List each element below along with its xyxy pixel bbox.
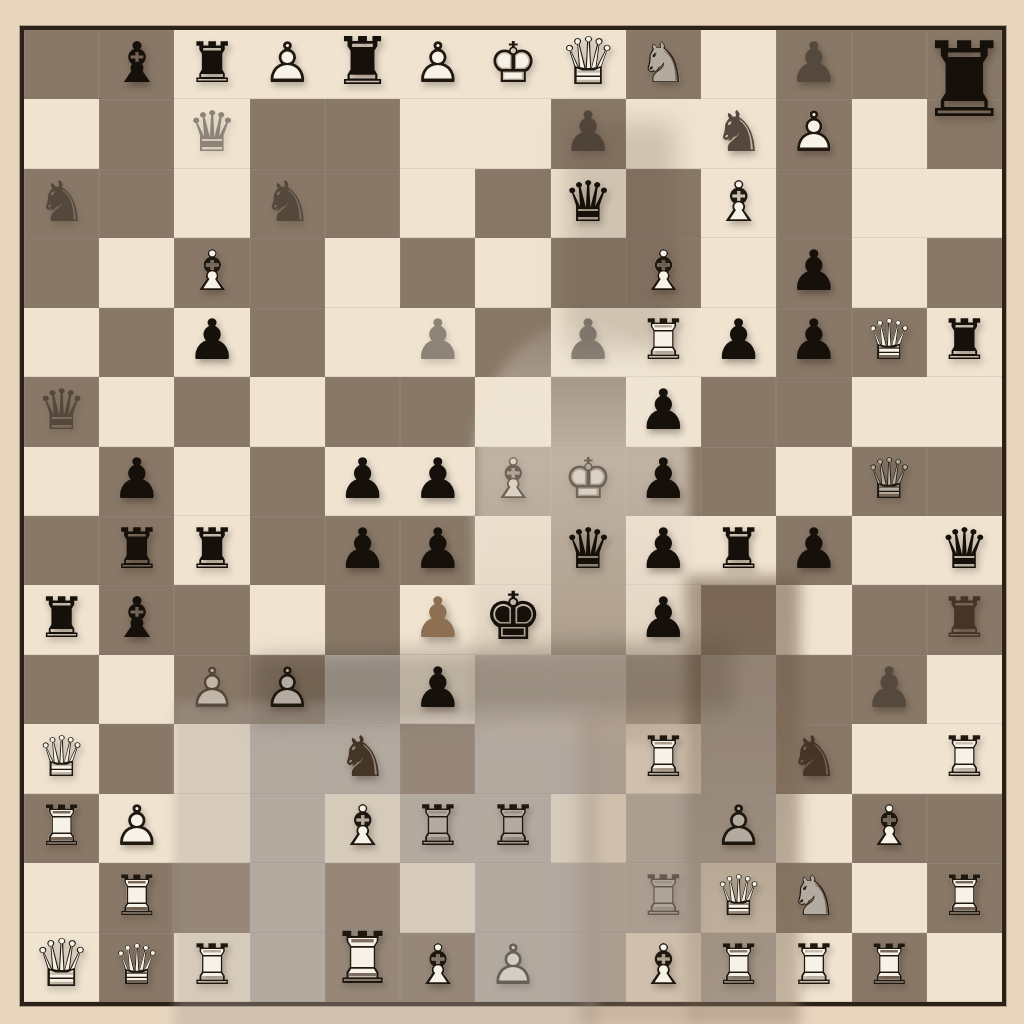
white-bishop[interactable]: ♝♗ (325, 794, 400, 863)
bishop-outline-glyph: ♗ (714, 173, 764, 229)
board-cell[interactable]: ♟ (626, 516, 701, 585)
black-pawn[interactable]: ♟ (174, 308, 249, 377)
board-cell[interactable] (475, 308, 550, 377)
board-cell[interactable]: ♝♗ (325, 794, 400, 863)
black-queen[interactable]: ♛ (24, 377, 99, 446)
board-cell[interactable]: ♜♖ (475, 794, 550, 863)
board-cell[interactable]: ♟ (400, 447, 475, 516)
board-cell[interactable] (551, 863, 626, 932)
black-rook[interactable]: ♜ (174, 30, 249, 99)
board-cell[interactable] (852, 863, 927, 932)
board-cell[interactable]: ♜♖ (626, 724, 701, 793)
board-cell[interactable] (325, 238, 400, 307)
board-cell[interactable]: ♜♖ (24, 794, 99, 863)
queen-outline-glyph: ♕ (112, 937, 162, 993)
board-cell[interactable]: ♛ (927, 516, 1002, 585)
board-cell[interactable] (927, 794, 1002, 863)
black-pawn[interactable]: ♟ (400, 308, 475, 377)
board-cell[interactable] (475, 724, 550, 793)
board-cell[interactable] (400, 169, 475, 238)
white-rook[interactable]: ♜♖ (776, 933, 851, 1002)
board-cell[interactable] (551, 724, 626, 793)
brown-knight[interactable]: ♞ (776, 724, 851, 793)
king-glyph: ♚ (483, 584, 542, 650)
board-cell[interactable]: ♟ (325, 447, 400, 516)
board-cell[interactable]: ♝♗ (475, 447, 550, 516)
white-queen[interactable]: ♛♕ (852, 308, 927, 377)
pawn-outline-glyph: ♙ (714, 798, 764, 854)
board-cell[interactable] (551, 655, 626, 724)
board-cell[interactable] (400, 99, 475, 168)
black-king[interactable]: ♚ (475, 585, 550, 654)
board-cell[interactable]: ♜ (174, 516, 249, 585)
board-cell[interactable]: ♝♗ (626, 933, 701, 1002)
white-pawn[interactable]: ♟♙ (475, 933, 550, 1002)
board-cell[interactable]: ♟♙ (475, 933, 550, 1002)
rook-outline-glyph: ♖ (37, 798, 87, 854)
white-queen[interactable]: ♛♕ (24, 724, 99, 793)
board-cell[interactable] (250, 99, 325, 168)
rook-outline-glyph: ♖ (112, 868, 162, 924)
white-rook[interactable]: ♜♖ (325, 933, 400, 1002)
board-cell[interactable]: ♜♖ (927, 863, 1002, 932)
board-cell[interactable] (400, 238, 475, 307)
board-cell[interactable]: ♟ (701, 308, 776, 377)
board-cell[interactable]: ♟ (400, 516, 475, 585)
board-cell[interactable]: ♝♗ (400, 933, 475, 1002)
board-cell[interactable]: ♜ (927, 30, 1002, 99)
white-bishop[interactable]: ♝♗ (626, 238, 701, 307)
pawn-glyph: ♟ (563, 312, 613, 368)
gray-knight[interactable]: ♞♘ (626, 30, 701, 99)
board-cell[interactable]: ♟♙ (250, 30, 325, 99)
board-cell[interactable] (99, 724, 174, 793)
board-cell[interactable] (927, 238, 1002, 307)
board-cell[interactable]: ♚♔ (551, 447, 626, 516)
board-cell[interactable]: ♚♔ (475, 30, 550, 99)
board-cell[interactable]: ♟ (174, 308, 249, 377)
board-cell[interactable] (325, 377, 400, 446)
board-cell[interactable]: ♟♙ (701, 794, 776, 863)
board-cell[interactable] (174, 794, 249, 863)
white-bishop[interactable]: ♝♗ (475, 447, 550, 516)
dark-knight[interactable]: ♞ (701, 99, 776, 168)
board-cell[interactable] (99, 655, 174, 724)
black-pawn[interactable]: ♟ (400, 516, 475, 585)
board-cell[interactable] (626, 655, 701, 724)
knight-glyph: ♞ (789, 729, 839, 785)
board-cell[interactable]: ♟ (400, 655, 475, 724)
board-cell[interactable]: ♛ (551, 169, 626, 238)
board-cell[interactable]: ♝♗ (626, 238, 701, 307)
board-cell[interactable]: ♛♕ (852, 308, 927, 377)
board-cell[interactable] (174, 447, 249, 516)
board-cell[interactable] (475, 516, 550, 585)
black-pawn[interactable]: ♟ (551, 308, 626, 377)
board-cell[interactable]: ♟ (551, 308, 626, 377)
board-cell[interactable] (250, 863, 325, 932)
board-cell[interactable] (701, 655, 776, 724)
board-cell[interactable] (325, 169, 400, 238)
black-rook[interactable]: ♜ (325, 30, 400, 99)
board-cell[interactable] (174, 585, 249, 654)
board-cell[interactable]: ♜ (99, 516, 174, 585)
black-pawn[interactable]: ♟ (325, 447, 400, 516)
board-cell[interactable] (927, 933, 1002, 1002)
white-pawn[interactable]: ♟♙ (776, 99, 851, 168)
board-cell[interactable] (250, 933, 325, 1002)
white-pawn[interactable]: ♟♙ (99, 794, 174, 863)
board-cell[interactable]: ♟ (776, 516, 851, 585)
board-cell[interactable]: ♟♙ (776, 99, 851, 168)
board-cell[interactable]: ♜ (701, 516, 776, 585)
pawn-glyph: ♟ (187, 312, 237, 368)
board-cell[interactable]: ♜ (927, 585, 1002, 654)
pawn-outline-glyph: ♙ (262, 659, 312, 715)
board-cell[interactable]: ♟♙ (400, 30, 475, 99)
bishop-outline-glyph: ♗ (864, 798, 914, 854)
board-grid: ♝♜♟♙♜♟♙♚♔♛♕♞♘♟♜♛♟♞♟♙♞♞♛♝♗♝♗♝♗♟♟♟♟♜♖♟♟♛♕♜… (24, 30, 1002, 1002)
board-cell[interactable]: ♜ (325, 30, 400, 99)
rook-glyph: ♜ (939, 312, 989, 368)
queen-glyph: ♛ (563, 173, 613, 229)
board-cell[interactable] (701, 238, 776, 307)
rook-outline-glyph: ♖ (187, 937, 237, 993)
black-knight[interactable]: ♞ (250, 169, 325, 238)
board-cell[interactable]: ♞ (250, 169, 325, 238)
board-cell[interactable]: ♜♖ (701, 933, 776, 1002)
black-pawn[interactable]: ♟ (626, 516, 701, 585)
board-cell[interactable] (24, 99, 99, 168)
white-pawn[interactable]: ♟♙ (250, 30, 325, 99)
rook-outline-glyph: ♖ (714, 937, 764, 993)
board-cell[interactable]: ♜ (24, 585, 99, 654)
board-cell[interactable]: ♜♖ (400, 794, 475, 863)
black-pawn[interactable]: ♟ (626, 585, 701, 654)
white-rook[interactable]: ♜♖ (927, 863, 1002, 932)
pawn-outline-glyph: ♙ (187, 659, 237, 715)
rook-glyph: ♜ (37, 590, 87, 646)
board-cell[interactable] (24, 30, 99, 99)
board-cell[interactable] (852, 99, 927, 168)
board-cell[interactable] (701, 30, 776, 99)
board-cell[interactable] (776, 655, 851, 724)
board-cell[interactable] (174, 169, 249, 238)
board-cell[interactable] (174, 724, 249, 793)
board-cell[interactable] (250, 794, 325, 863)
board-cell[interactable] (551, 377, 626, 446)
board-cell[interactable] (852, 238, 927, 307)
board-cell[interactable]: ♜♖ (776, 933, 851, 1002)
board-cell[interactable]: ♟♙ (99, 794, 174, 863)
board-cell[interactable] (852, 169, 927, 238)
black-pawn[interactable]: ♟ (400, 655, 475, 724)
rook-glyph: ♜ (939, 590, 989, 646)
black-pawn[interactable]: ♟ (626, 377, 701, 446)
board-cell[interactable]: ♜♖ (325, 933, 400, 1002)
board-cell[interactable] (776, 169, 851, 238)
rook-glyph: ♜ (918, 27, 1011, 131)
gray-rook[interactable]: ♜♖ (400, 794, 475, 863)
board-cell[interactable]: ♟ (626, 585, 701, 654)
board-cell[interactable]: ♜ (174, 30, 249, 99)
white-bishop[interactable]: ♝♗ (400, 933, 475, 1002)
black-pawn[interactable]: ♟ (626, 447, 701, 516)
board-cell[interactable]: ♟♙ (174, 655, 249, 724)
white-queen[interactable]: ♛♕ (701, 863, 776, 932)
board-cell[interactable]: ♜♖ (852, 933, 927, 1002)
board-cell[interactable] (174, 377, 249, 446)
gray-pawn[interactable]: ♟♙ (250, 655, 325, 724)
board-cell[interactable] (475, 655, 550, 724)
board-cell[interactable] (400, 724, 475, 793)
white-pawn[interactable]: ♟♙ (400, 30, 475, 99)
board-cell[interactable]: ♝ (99, 585, 174, 654)
white-bishop[interactable]: ♝♗ (174, 238, 249, 307)
board-cell[interactable] (475, 377, 550, 446)
board-cell[interactable] (24, 655, 99, 724)
queen-glyph: ♛ (37, 382, 87, 438)
board-cell[interactable]: ♟♙ (250, 655, 325, 724)
board-cell[interactable] (701, 585, 776, 654)
board-cell[interactable]: ♟ (852, 655, 927, 724)
board-cell[interactable] (927, 169, 1002, 238)
black-pawn[interactable]: ♟ (776, 516, 851, 585)
board-cell[interactable]: ♟ (99, 447, 174, 516)
board-cell[interactable] (927, 447, 1002, 516)
black-pawn[interactable]: ♟ (776, 308, 851, 377)
black-pawn[interactable]: ♟ (325, 516, 400, 585)
black-rook[interactable]: ♜ (701, 516, 776, 585)
board-cell[interactable]: ♛♕ (852, 447, 927, 516)
board-cell[interactable] (250, 516, 325, 585)
pawn-glyph: ♟ (789, 243, 839, 299)
white-rook[interactable]: ♜♖ (927, 724, 1002, 793)
board-cell[interactable]: ♜♖ (927, 724, 1002, 793)
board-cell[interactable]: ♛♕ (99, 933, 174, 1002)
black-rook[interactable]: ♜ (927, 308, 1002, 377)
board-cell[interactable] (24, 516, 99, 585)
board-cell[interactable] (250, 377, 325, 446)
board-cell[interactable] (475, 238, 550, 307)
white-rook[interactable]: ♜♖ (99, 863, 174, 932)
white-rook[interactable]: ♜♖ (852, 933, 927, 1002)
board-cell[interactable] (250, 724, 325, 793)
white-queen[interactable]: ♛♕ (24, 933, 99, 1002)
board-cell[interactable] (400, 863, 475, 932)
white-rook[interactable]: ♜♖ (24, 794, 99, 863)
board-cell[interactable] (776, 585, 851, 654)
board-cell[interactable]: ♟ (776, 238, 851, 307)
board-cell[interactable] (626, 99, 701, 168)
black-pawn[interactable]: ♟ (99, 447, 174, 516)
board-cell[interactable]: ♛ (551, 516, 626, 585)
black-rook[interactable]: ♜ (99, 516, 174, 585)
board-cell[interactable]: ♟ (400, 585, 475, 654)
knight-outline-glyph: ♘ (789, 868, 839, 924)
black-pawn[interactable]: ♟ (776, 238, 851, 307)
board-cell[interactable] (927, 655, 1002, 724)
board-cell[interactable]: ♛♕ (24, 724, 99, 793)
board-cell[interactable] (776, 447, 851, 516)
black-queen[interactable]: ♛ (927, 516, 1002, 585)
board-cell[interactable] (701, 447, 776, 516)
board-cell[interactable] (551, 238, 626, 307)
pawn-glyph: ♟ (638, 520, 688, 576)
board-cell[interactable] (776, 794, 851, 863)
gray-rook[interactable]: ♜♖ (475, 794, 550, 863)
board-cell[interactable] (99, 377, 174, 446)
board-cell[interactable]: ♟ (776, 308, 851, 377)
board-cell[interactable] (99, 238, 174, 307)
white-bishop[interactable]: ♝♗ (701, 169, 776, 238)
board-cell[interactable]: ♟ (626, 377, 701, 446)
board-cell[interactable] (24, 863, 99, 932)
black-bishop[interactable]: ♝ (99, 30, 174, 99)
board-cell[interactable] (701, 377, 776, 446)
white-rook[interactable]: ♜♖ (626, 308, 701, 377)
black-queen[interactable]: ♛ (551, 516, 626, 585)
board-cell[interactable] (174, 863, 249, 932)
black-pawn[interactable]: ♟ (551, 99, 626, 168)
white-bishop[interactable]: ♝♗ (626, 933, 701, 1002)
board-cell[interactable] (701, 724, 776, 793)
board-cell[interactable]: ♝♗ (174, 238, 249, 307)
board-cell[interactable] (475, 863, 550, 932)
board-cell[interactable]: ♟ (400, 308, 475, 377)
board-cell[interactable] (400, 377, 475, 446)
board-cell[interactable] (852, 377, 927, 446)
board-cell[interactable] (99, 99, 174, 168)
board-cell[interactable]: ♛ (174, 99, 249, 168)
board-cell[interactable]: ♞ (776, 724, 851, 793)
board-cell[interactable] (852, 724, 927, 793)
gray-rook[interactable]: ♜♖ (626, 863, 701, 932)
board-cell[interactable]: ♚ (475, 585, 550, 654)
board-cell[interactable] (626, 794, 701, 863)
board-cell[interactable] (551, 933, 626, 1002)
white-bishop[interactable]: ♝♗ (852, 794, 927, 863)
board-cell[interactable] (250, 585, 325, 654)
board-cell[interactable] (475, 99, 550, 168)
board-cell[interactable]: ♜♖ (626, 863, 701, 932)
board-cell[interactable] (99, 169, 174, 238)
board-cell[interactable]: ♜♖ (99, 863, 174, 932)
board-cell[interactable] (852, 516, 927, 585)
white-pawn[interactable]: ♟♙ (174, 655, 249, 724)
board-cell[interactable]: ♟ (776, 30, 851, 99)
bishop-outline-glyph: ♗ (337, 798, 387, 854)
black-queen[interactable]: ♛ (551, 169, 626, 238)
board-cell[interactable]: ♜ (927, 308, 1002, 377)
black-rook[interactable]: ♜ (24, 585, 99, 654)
white-rook[interactable]: ♜♖ (174, 933, 249, 1002)
board-cell[interactable] (852, 30, 927, 99)
black-knight[interactable]: ♞ (24, 169, 99, 238)
board-cell[interactable]: ♝♗ (701, 169, 776, 238)
board-cell[interactable]: ♝♗ (852, 794, 927, 863)
board-cell[interactable] (325, 655, 400, 724)
board-cell[interactable]: ♞ (24, 169, 99, 238)
board-cell[interactable] (551, 585, 626, 654)
board-cell[interactable]: ♞♘ (776, 863, 851, 932)
board-cell[interactable] (24, 447, 99, 516)
gray-pawn[interactable]: ♟♙ (701, 794, 776, 863)
board-cell[interactable]: ♛ (24, 377, 99, 446)
board-cell[interactable] (475, 169, 550, 238)
black-pawn[interactable]: ♟ (701, 308, 776, 377)
board-cell[interactable] (551, 794, 626, 863)
board-cell[interactable]: ♛♕ (701, 863, 776, 932)
pawn-glyph: ♟ (413, 659, 463, 715)
white-rook[interactable]: ♜♖ (626, 724, 701, 793)
bishop-outline-glyph: ♗ (488, 451, 538, 507)
board-cell[interactable]: ♝ (99, 30, 174, 99)
pawn-glyph: ♟ (413, 451, 463, 507)
board-cell[interactable] (776, 377, 851, 446)
queen-outline-glyph: ♕ (864, 451, 914, 507)
board-cell[interactable] (250, 308, 325, 377)
black-rook[interactable]: ♜ (174, 516, 249, 585)
pawn-outline-glyph: ♙ (488, 937, 538, 993)
board-cell[interactable] (325, 585, 400, 654)
board-cell[interactable]: ♞ (325, 724, 400, 793)
white-rook[interactable]: ♜♖ (701, 933, 776, 1002)
board-cell[interactable]: ♜♖ (626, 308, 701, 377)
black-rook[interactable]: ♜ (927, 30, 1002, 99)
white-king[interactable]: ♚♔ (475, 30, 550, 99)
white-king[interactable]: ♚♔ (551, 447, 626, 516)
board-cell[interactable] (325, 308, 400, 377)
brown-knight[interactable]: ♞ (325, 724, 400, 793)
tan-pawn[interactable]: ♟ (400, 585, 475, 654)
pawn-glyph: ♟ (789, 520, 839, 576)
black-pawn[interactable]: ♟ (400, 447, 475, 516)
board-cell[interactable] (250, 447, 325, 516)
gray-queen[interactable]: ♛♕ (852, 447, 927, 516)
black-bishop[interactable]: ♝ (99, 585, 174, 654)
black-queen[interactable]: ♛ (174, 99, 249, 168)
dark-pawn[interactable]: ♟ (776, 30, 851, 99)
board-cell[interactable] (852, 585, 927, 654)
board-cell[interactable] (24, 308, 99, 377)
pawn-glyph: ♟ (638, 382, 688, 438)
brown-rook[interactable]: ♜ (927, 585, 1002, 654)
pawn-glyph: ♟ (112, 451, 162, 507)
board-cell[interactable]: ♞ (701, 99, 776, 168)
board-cell[interactable] (250, 238, 325, 307)
board-cell[interactable] (927, 377, 1002, 446)
knight-outline-glyph: ♘ (638, 34, 688, 90)
board-cell[interactable]: ♜♖ (174, 933, 249, 1002)
board-cell[interactable] (99, 308, 174, 377)
board-cell[interactable]: ♛♕ (551, 30, 626, 99)
dark-pawn[interactable]: ♟ (852, 655, 927, 724)
board-cell[interactable]: ♛♕ (24, 933, 99, 1002)
board-cell[interactable]: ♟ (551, 99, 626, 168)
board-cell[interactable]: ♟ (325, 516, 400, 585)
white-queen[interactable]: ♛♕ (551, 30, 626, 99)
gray-knight[interactable]: ♞♘ (776, 863, 851, 932)
board-cell[interactable] (626, 169, 701, 238)
board-cell[interactable]: ♞♘ (626, 30, 701, 99)
pawn-glyph: ♟ (413, 520, 463, 576)
board-cell[interactable] (24, 238, 99, 307)
pawn-glyph: ♟ (337, 520, 387, 576)
board-cell[interactable]: ♟ (626, 447, 701, 516)
board-cell[interactable] (325, 99, 400, 168)
white-queen[interactable]: ♛♕ (99, 933, 174, 1002)
